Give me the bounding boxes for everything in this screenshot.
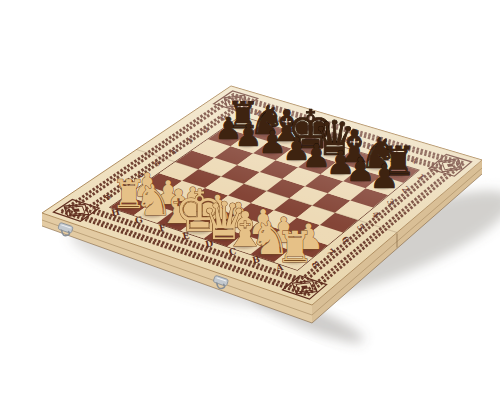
svg-text:♜: ♜	[276, 222, 314, 272]
product-photo-scene: HGFEDCBA8765432187654321HGFEDCBA♜♞♟♝♟♚♟♛…	[0, 0, 500, 400]
svg-text:♟: ♟	[370, 157, 400, 196]
chess-board: HGFEDCBA8765432187654321HGFEDCBA♜♞♟♝♟♚♟♛…	[0, 0, 500, 400]
piece-white-rook[interactable]: ♜	[276, 222, 314, 272]
piece-black-pawn[interactable]: ♟	[370, 157, 400, 196]
